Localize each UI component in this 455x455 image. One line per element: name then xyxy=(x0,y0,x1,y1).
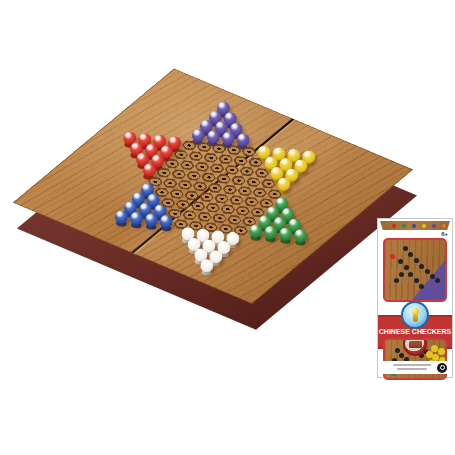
peg-blue[interactable] xyxy=(158,217,174,228)
peg-green[interactable] xyxy=(277,230,293,241)
box-upper-board-art xyxy=(383,238,447,302)
peg-green[interactable] xyxy=(248,226,264,237)
top-strip-peg-art xyxy=(412,224,416,228)
black-peg-art xyxy=(404,265,409,270)
product-photo-scene: 6+ CHINESE CHECKERS xyxy=(0,0,455,455)
box-title: CHINESE CHECKERS xyxy=(378,328,452,336)
box-footer xyxy=(381,361,449,374)
chinese-checkers-star-grid xyxy=(109,94,321,282)
yellow-peg-icon xyxy=(411,308,419,323)
peg-blue[interactable] xyxy=(128,214,144,225)
black-peg-art xyxy=(414,278,419,283)
black-peg-art xyxy=(408,252,413,257)
publisher-monogram-icon xyxy=(437,363,447,373)
black-peg-art xyxy=(408,272,413,277)
peg-green[interactable] xyxy=(263,228,279,239)
peg-white[interactable] xyxy=(199,261,215,272)
colored-peg-art xyxy=(438,348,445,355)
blue-circle-badge xyxy=(401,301,429,329)
black-peg-art xyxy=(395,348,400,353)
retail-box: 6+ CHINESE CHECKERS xyxy=(377,218,453,378)
black-peg-art xyxy=(414,258,419,263)
black-peg-art xyxy=(398,259,403,264)
black-peg-art xyxy=(419,264,424,269)
top-strip-peg-art xyxy=(402,224,406,228)
black-peg-art xyxy=(430,274,435,279)
footer-text-illegible xyxy=(397,368,427,370)
top-strip-peg-art xyxy=(432,224,436,228)
peg-green[interactable] xyxy=(292,231,308,242)
black-peg-art xyxy=(403,246,408,251)
top-strip-peg-art xyxy=(422,224,426,228)
colored-peg-art xyxy=(390,254,395,259)
age-label: 6+ xyxy=(441,231,448,237)
top-strip-peg-art xyxy=(442,224,446,228)
peg-blue[interactable] xyxy=(143,215,159,226)
black-peg-art xyxy=(425,269,430,274)
footer-text-illegible xyxy=(393,364,431,366)
black-peg-art xyxy=(394,278,399,283)
box-top-face xyxy=(380,221,450,230)
folded-wooden-case-icon xyxy=(409,341,422,348)
black-peg-art xyxy=(399,272,404,277)
top-strip-peg-art xyxy=(392,224,396,228)
peg-blue[interactable] xyxy=(113,212,129,223)
